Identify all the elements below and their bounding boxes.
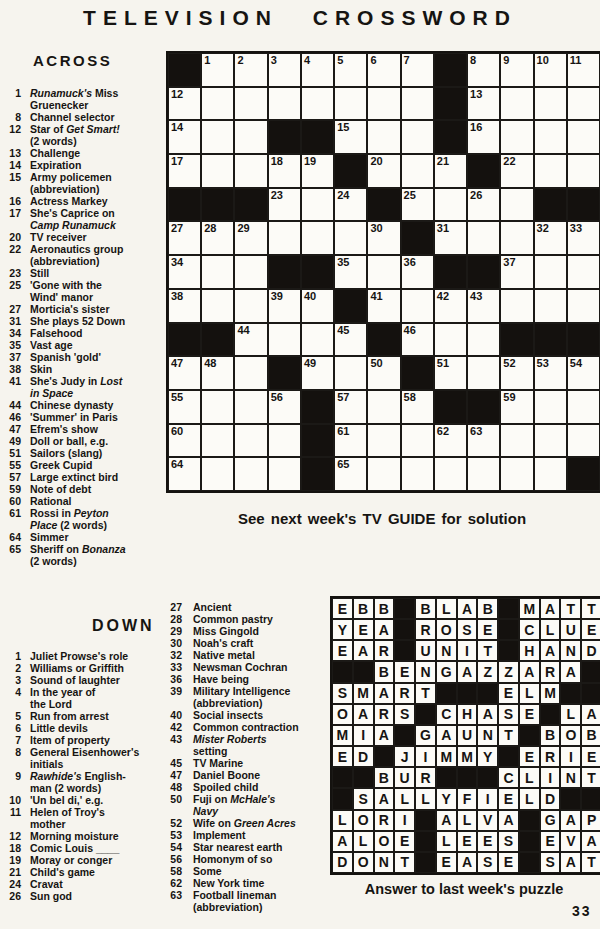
answer-cell: E (477, 619, 498, 640)
answer-letter: A (379, 622, 389, 638)
answer-letter: G (420, 727, 431, 743)
cell-clue-number: 28 (204, 222, 216, 234)
down-clue-item: 29Miss Gingold (162, 625, 332, 637)
puzzle-cell[interactable] (234, 457, 267, 491)
puzzle-cell[interactable]: 40 (301, 289, 334, 323)
answer-letter: A (441, 812, 451, 828)
down-clue-item: 63Football lineman (abbreviation) (162, 889, 332, 913)
puzzle-cell[interactable]: 20 (367, 154, 400, 188)
puzzle-cell[interactable] (201, 120, 234, 154)
answer-cell: N (560, 640, 581, 661)
answer-letter: M (523, 601, 535, 617)
answer-cell: N (415, 661, 436, 682)
clue-text: Greek Cupid (30, 459, 162, 471)
answer-cell: E (394, 831, 415, 852)
answer-cell: E (332, 746, 353, 767)
puzzle-cell[interactable]: 55 (168, 390, 201, 424)
clue-number-label: 47 (162, 769, 182, 781)
cell-clue-number: 33 (570, 222, 582, 234)
across-clue-item: 46'Summer' in Paris (2, 411, 162, 423)
puzzle-cell[interactable] (534, 390, 567, 424)
clue-text: Football lineman (abbreviation) (193, 889, 332, 913)
clue-text: Mister Roberts setting (193, 733, 332, 757)
puzzle-cell[interactable] (301, 323, 334, 357)
puzzle-cell[interactable]: 42 (434, 289, 467, 323)
puzzle-black-cell (467, 390, 500, 424)
clue-number-label: 14 (2, 159, 21, 171)
answer-cell: I (540, 767, 561, 788)
puzzle-cell[interactable] (367, 390, 400, 424)
clue-number-label: 9 (2, 770, 21, 794)
clue-number-label: 6 (2, 722, 21, 734)
answer-letter: J (401, 749, 409, 765)
puzzle-cell[interactable]: 29 (234, 221, 267, 255)
clue-text: Star nearest earth (193, 841, 332, 853)
puzzle-cell[interactable] (500, 424, 533, 458)
puzzle-black-cell (567, 457, 600, 491)
puzzle-cell[interactable]: 60 (168, 424, 201, 458)
clue-text: Actress Markey (30, 195, 162, 207)
cell-clue-number: 57 (337, 391, 349, 403)
puzzle-cell[interactable]: 15 (334, 120, 367, 154)
answer-letter: A (358, 706, 368, 722)
puzzle-cell[interactable]: 3 (268, 53, 301, 87)
clue-number-label: 60 (2, 495, 21, 507)
puzzle-cell[interactable] (534, 424, 567, 458)
answer-letter: S (338, 685, 347, 701)
answer-letter: B (545, 727, 555, 743)
puzzle-cell[interactable] (401, 289, 434, 323)
puzzle-cell[interactable]: 59 (500, 390, 533, 424)
puzzle-cell[interactable] (567, 255, 600, 289)
answer-cell: D (353, 746, 374, 767)
puzzle-cell[interactable]: 61 (334, 424, 367, 458)
puzzle-cell[interactable] (234, 289, 267, 323)
puzzle-cell[interactable]: 39 (268, 289, 301, 323)
puzzle-black-cell (434, 255, 467, 289)
puzzle-cell[interactable] (567, 390, 600, 424)
puzzle-cell[interactable] (434, 323, 467, 357)
clue-number-label: 49 (2, 435, 21, 447)
puzzle-cell[interactable]: 13 (467, 87, 500, 121)
cell-clue-number: 22 (503, 155, 515, 167)
clue-number-label: 27 (2, 303, 21, 315)
clue-number-label: 45 (162, 757, 182, 769)
puzzle-cell[interactable]: 48 (201, 356, 234, 390)
answer-black-cell (415, 852, 436, 873)
clue-number-label: 57 (2, 471, 21, 483)
answer-cell: E (540, 831, 561, 852)
puzzle-cell[interactable] (268, 87, 301, 121)
clue-number-label: 11 (2, 806, 21, 830)
answer-letter: E (400, 664, 409, 680)
puzzle-cell[interactable] (201, 289, 234, 323)
puzzle-cell[interactable] (367, 424, 400, 458)
puzzle-cell[interactable] (401, 120, 434, 154)
answer-black-cell (498, 619, 519, 640)
puzzle-cell[interactable]: 12 (168, 87, 201, 121)
answer-black-cell (394, 619, 415, 640)
clue-text: Sound of laughter (30, 674, 162, 686)
answer-cell: T (498, 725, 519, 746)
answer-letter: B (379, 770, 389, 786)
answer-black-cell (394, 598, 415, 619)
puzzle-cell[interactable] (334, 221, 367, 255)
answer-cell: T (394, 852, 415, 873)
puzzle-cell[interactable]: 18 (268, 154, 301, 188)
puzzle-cell[interactable] (500, 457, 533, 491)
answer-cell: H (519, 640, 540, 661)
puzzle-cell[interactable]: 43 (467, 289, 500, 323)
puzzle-cell[interactable]: 32 (534, 221, 567, 255)
answer-cell: A (581, 831, 600, 852)
cell-clue-number: 16 (470, 121, 482, 133)
puzzle-cell[interactable] (201, 87, 234, 121)
answer-cell: B (581, 725, 600, 746)
clue-number-label: 24 (2, 878, 21, 890)
answer-cell: N (477, 725, 498, 746)
answer-letter: N (566, 643, 576, 659)
across-clue-item: 17She's Caprice on Camp Runamuck (2, 207, 162, 231)
down-clue-item: 10'Un bel di,' e.g. (2, 794, 162, 806)
clue-number-label: 13 (2, 147, 21, 159)
answer-black-cell (457, 767, 478, 788)
across-header: ACROSS (33, 52, 112, 69)
clue-text: Rawhide's English- man (2 words) (30, 770, 162, 794)
answer-cell: T (581, 767, 600, 788)
answer-cell: D (581, 640, 600, 661)
cell-clue-number: 47 (171, 357, 183, 369)
answer-cell: A (353, 704, 374, 725)
answer-cell: O (353, 810, 374, 831)
puzzle-black-cell (268, 356, 301, 390)
puzzle-cell[interactable] (234, 87, 267, 121)
puzzle-cell[interactable] (367, 87, 400, 121)
puzzle-cell[interactable]: 23 (268, 188, 301, 222)
answer-black-cell (457, 683, 478, 704)
answer-cell: S (394, 704, 415, 725)
puzzle-cell[interactable] (401, 154, 434, 188)
answer-letter: E (525, 749, 534, 765)
puzzle-cell[interactable]: 65 (334, 457, 367, 491)
down-clue-item: 2Williams or Griffith (2, 662, 162, 674)
answer-cell: D (540, 788, 561, 809)
puzzle-cell[interactable] (567, 154, 600, 188)
puzzle-cell[interactable] (467, 457, 500, 491)
puzzle-cell[interactable]: 5 (334, 53, 367, 87)
puzzle-cell[interactable] (268, 323, 301, 357)
puzzle-cell[interactable]: 30 (367, 221, 400, 255)
puzzle-cell[interactable] (500, 221, 533, 255)
answer-letter: L (338, 812, 347, 828)
puzzle-cell[interactable] (534, 289, 567, 323)
answer-cell: T (581, 598, 600, 619)
puzzle-cell[interactable] (500, 289, 533, 323)
answer-cell: S (353, 788, 374, 809)
puzzle-cell[interactable] (434, 188, 467, 222)
puzzle-cell[interactable] (401, 87, 434, 121)
clue-number-label: 46 (2, 411, 21, 423)
puzzle-cell[interactable] (534, 154, 567, 188)
answer-cell: E (436, 852, 457, 873)
puzzle-cell[interactable] (401, 424, 434, 458)
answer-letter: L (400, 791, 409, 807)
answer-cell: A (457, 661, 478, 682)
puzzle-cell[interactable] (234, 154, 267, 188)
answer-cell: L (519, 767, 540, 788)
answer-letter: H (524, 643, 534, 659)
puzzle-cell[interactable] (467, 221, 500, 255)
answer-cell: I (457, 640, 478, 661)
puzzle-cell[interactable]: 38 (168, 289, 201, 323)
puzzle-cell[interactable] (367, 457, 400, 491)
puzzle-cell[interactable] (500, 87, 533, 121)
puzzle-cell[interactable]: 9 (500, 53, 533, 87)
answer-cell: A (436, 725, 457, 746)
puzzle-cell[interactable] (234, 356, 267, 390)
across-clue-item: 59Note of debt (2, 483, 162, 495)
puzzle-cell[interactable]: 64 (168, 457, 201, 491)
answer-letter: A (379, 685, 389, 701)
puzzle-cell[interactable] (334, 356, 367, 390)
answer-letter: D (587, 643, 597, 659)
answer-letter: A (524, 664, 534, 680)
puzzle-cell[interactable]: 22 (500, 154, 533, 188)
puzzle-cell[interactable]: 53 (534, 356, 567, 390)
answer-cell: I (415, 746, 436, 767)
clue-number-label: 12 (2, 830, 21, 842)
cell-clue-number: 18 (271, 155, 283, 167)
answer-cell: R (540, 661, 561, 682)
answer-letter: C (503, 770, 513, 786)
puzzle-cell[interactable] (301, 221, 334, 255)
puzzle-cell[interactable]: 1 (201, 53, 234, 87)
answer-cell: A (581, 704, 600, 725)
answer-letter: L (525, 685, 534, 701)
puzzle-black-cell (334, 154, 367, 188)
down-clue-item: 5Run from arrest (2, 710, 162, 722)
puzzle-cell[interactable]: 63 (467, 424, 500, 458)
puzzle-cell[interactable] (234, 424, 267, 458)
puzzle-cell[interactable]: 14 (168, 120, 201, 154)
puzzle-cell[interactable]: 46 (401, 323, 434, 357)
answer-cell: E (519, 746, 540, 767)
across-clue-item: 16Actress Markey (2, 195, 162, 207)
answer-letter: D (337, 854, 347, 870)
cell-clue-number: 2 (237, 54, 243, 66)
clue-text: Some (193, 865, 332, 877)
puzzle-cell[interactable]: 34 (168, 255, 201, 289)
answer-cell: A (374, 725, 395, 746)
answer-cell: E (457, 831, 478, 852)
puzzle-cell[interactable]: 50 (367, 356, 400, 390)
puzzle-cell[interactable]: 7 (401, 53, 434, 87)
puzzle-cell[interactable]: 27 (168, 221, 201, 255)
answer-cell: L (457, 810, 478, 831)
answer-letter: G (545, 812, 556, 828)
answer-letter: F (463, 791, 472, 807)
puzzle-cell[interactable]: 45 (334, 323, 367, 357)
puzzle-cell[interactable]: 56 (268, 390, 301, 424)
answer-letter: R (420, 770, 430, 786)
cell-clue-number: 38 (171, 290, 183, 302)
puzzle-cell[interactable]: 51 (434, 356, 467, 390)
puzzle-cell[interactable]: 49 (301, 356, 334, 390)
puzzle-cell[interactable]: 16 (467, 120, 500, 154)
answer-letter: O (337, 706, 348, 722)
puzzle-cell[interactable]: 10 (534, 53, 567, 87)
puzzle-cell[interactable] (434, 457, 467, 491)
puzzle-cell[interactable] (367, 255, 400, 289)
puzzle-cell[interactable]: 26 (467, 188, 500, 222)
puzzle-cell[interactable] (268, 424, 301, 458)
across-clue-item: 8Channel selector (2, 111, 162, 123)
answer-black-cell (415, 704, 436, 725)
puzzle-cell[interactable] (467, 356, 500, 390)
answer-black-cell (581, 788, 600, 809)
puzzle-cell[interactable] (201, 424, 234, 458)
answer-cell: N (436, 640, 457, 661)
answer-cell: R (415, 767, 436, 788)
puzzle-cell[interactable] (234, 390, 267, 424)
answer-cell: Y (477, 746, 498, 767)
puzzle-cell[interactable] (201, 457, 234, 491)
puzzle-cell[interactable] (234, 255, 267, 289)
puzzle-cell[interactable]: 58 (401, 390, 434, 424)
puzzle-cell[interactable]: 37 (500, 255, 533, 289)
puzzle-cell[interactable] (567, 424, 600, 458)
puzzle-cell[interactable] (500, 188, 533, 222)
answer-letter: B (358, 601, 368, 617)
puzzle-cell[interactable]: 24 (334, 188, 367, 222)
puzzle-cell[interactable] (301, 87, 334, 121)
puzzle-cell[interactable] (500, 120, 533, 154)
answer-letter: R (420, 622, 430, 638)
puzzle-black-cell (567, 188, 600, 222)
cell-clue-number: 50 (370, 357, 382, 369)
across-clue-item: 12Star of Get Smart! (2 words) (2, 123, 162, 147)
puzzle-black-cell (334, 289, 367, 323)
clue-text: Morning moisture (30, 830, 162, 842)
clue-text: Child's game (30, 866, 162, 878)
puzzle-cell[interactable]: 4 (301, 53, 334, 87)
puzzle-cell[interactable] (268, 221, 301, 255)
clue-text: Ancient (193, 601, 332, 613)
cell-clue-number: 27 (171, 222, 183, 234)
answer-black-cell (394, 640, 415, 661)
puzzle-cell[interactable] (201, 390, 234, 424)
puzzle-cell[interactable]: 8 (467, 53, 500, 87)
down-clue-item: 3Sound of laughter (2, 674, 162, 686)
answer-black-cell (519, 852, 540, 873)
puzzle-cell[interactable] (467, 323, 500, 357)
answer-letter: I (486, 791, 490, 807)
puzzle-cell[interactable] (301, 188, 334, 222)
clue-text: Rational (30, 495, 162, 507)
puzzle-black-cell (367, 188, 400, 222)
puzzle-cell[interactable]: 19 (301, 154, 334, 188)
clue-text: Morticia's sister (30, 303, 162, 315)
puzzle-cell[interactable] (367, 120, 400, 154)
clue-text: Rossi in Peyton Place (2 words) (30, 507, 162, 531)
puzzle-cell[interactable]: 44 (234, 323, 267, 357)
down-clue-item: 11Helen of Troy's mother (2, 806, 162, 830)
across-clue-item: 47Efrem's show (2, 423, 162, 435)
puzzle-cell[interactable]: 33 (567, 221, 600, 255)
down-clue-item: 40Social insects (162, 709, 332, 721)
puzzle-cell[interactable] (201, 154, 234, 188)
puzzle-cell[interactable] (268, 457, 301, 491)
clue-number-label: 35 (2, 339, 21, 351)
puzzle-cell[interactable]: 2 (234, 53, 267, 87)
across-clue-item: 35Vast age (2, 339, 162, 351)
puzzle-cell[interactable] (534, 120, 567, 154)
answer-caption: Answer to last week's puzzle (328, 881, 600, 897)
answer-cell: M (436, 746, 457, 767)
cell-clue-number: 31 (437, 222, 449, 234)
puzzle-cell[interactable]: 47 (168, 356, 201, 390)
clue-number-label: 44 (2, 399, 21, 411)
puzzle-cell[interactable] (567, 120, 600, 154)
puzzle-cell[interactable]: 52 (500, 356, 533, 390)
puzzle-cell[interactable]: 11 (567, 53, 600, 87)
puzzle-cell[interactable]: 35 (334, 255, 367, 289)
answer-letter: A (441, 727, 451, 743)
puzzle-cell[interactable]: 54 (567, 356, 600, 390)
across-clue-item: 55Greek Cupid (2, 459, 162, 471)
cell-clue-number: 11 (570, 54, 582, 66)
puzzle-cell[interactable]: 41 (367, 289, 400, 323)
puzzle-cell[interactable] (201, 255, 234, 289)
puzzle-cell[interactable]: 6 (367, 53, 400, 87)
puzzle-cell[interactable] (567, 289, 600, 323)
puzzle-cell[interactable] (234, 120, 267, 154)
answer-black-cell (353, 661, 374, 682)
clue-text: Item of property (30, 734, 162, 746)
puzzle-cell[interactable] (334, 87, 367, 121)
puzzle-cell[interactable]: 36 (401, 255, 434, 289)
puzzle-cell[interactable] (401, 457, 434, 491)
puzzle-cell[interactable]: 28 (201, 221, 234, 255)
puzzle-cell[interactable] (534, 457, 567, 491)
cell-clue-number: 34 (171, 256, 183, 268)
clue-number-label: 37 (2, 351, 21, 363)
puzzle-black-cell (434, 120, 467, 154)
down-clue-item: 50Fuji on McHale's Navy (162, 793, 332, 817)
puzzle-cell[interactable]: 17 (168, 154, 201, 188)
answer-cell: I (353, 725, 374, 746)
puzzle-cell[interactable]: 21 (434, 154, 467, 188)
cell-clue-number: 54 (570, 357, 582, 369)
puzzle-cell[interactable]: 25 (401, 188, 434, 222)
puzzle-cell[interactable] (534, 255, 567, 289)
puzzle-cell[interactable]: 57 (334, 390, 367, 424)
clue-number-label: 48 (162, 781, 182, 793)
answer-cell: E (581, 746, 600, 767)
answer-cell: A (457, 852, 478, 873)
puzzle-cell[interactable] (534, 87, 567, 121)
puzzle-cell[interactable]: 62 (434, 424, 467, 458)
cell-clue-number: 23 (271, 189, 283, 201)
puzzle-cell[interactable]: 31 (434, 221, 467, 255)
puzzle-cell[interactable] (567, 87, 600, 121)
answer-letter: O (441, 622, 452, 638)
clue-text: Noah's craft (193, 637, 332, 649)
page-title: TELEVISION CROSSWORD (0, 6, 600, 30)
down-clue-item: 18Comic Louis ____ (2, 842, 162, 854)
answer-cell: L (394, 788, 415, 809)
answer-cell: E (394, 661, 415, 682)
